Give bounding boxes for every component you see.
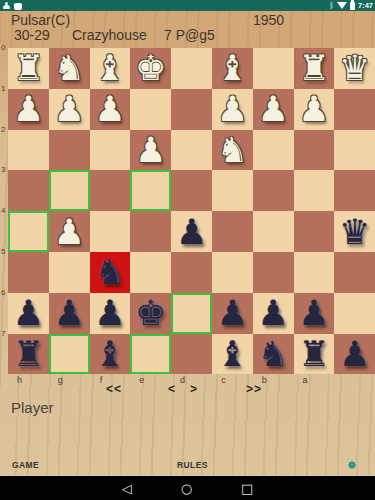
black-pawn: ♟: [298, 293, 329, 333]
white-knight: ♞: [54, 48, 85, 88]
wifi-icon: [337, 2, 347, 9]
square-e3[interactable]: ♟: [130, 130, 171, 171]
back-icon[interactable]: ◁: [122, 482, 132, 495]
square-h2[interactable]: ♟: [8, 89, 49, 130]
pulsar-chess-app: ᛒ 7:47 Pulsar(C) 1950 30-29 Crazyhouse 7…: [0, 0, 375, 500]
square-h5[interactable]: [8, 211, 49, 252]
bluetooth-icon: ᛒ: [329, 2, 334, 10]
square-g3[interactable]: [49, 130, 90, 171]
file-label-g: g: [40, 375, 81, 385]
square-d5[interactable]: ♟: [171, 211, 212, 252]
white-rook: ♜: [13, 48, 44, 88]
black-pawn: ♟: [339, 334, 370, 374]
variant-name: Crazyhouse: [72, 27, 147, 43]
white-pawn: ♟: [54, 89, 85, 129]
rank-label-6: 6: [1, 288, 5, 297]
white-bishop: ♝: [94, 48, 125, 88]
square-e5[interactable]: [130, 211, 171, 252]
black-knight: ♞: [257, 334, 288, 374]
square-c6[interactable]: [212, 252, 253, 293]
rank-label-2: 2: [1, 125, 5, 134]
rank-label-0: 0: [1, 43, 5, 52]
black-pawn: ♟: [176, 212, 207, 252]
square-c8[interactable]: ♝: [212, 334, 253, 375]
nav-forward-button[interactable]: >: [190, 382, 198, 396]
rank-label-3: 3: [1, 165, 5, 174]
square-b4[interactable]: [253, 170, 294, 211]
square-g7[interactable]: ♟: [49, 293, 90, 334]
tray-cell-6[interactable]: [334, 293, 375, 334]
square-g6[interactable]: [49, 252, 90, 293]
square-c2[interactable]: ♟: [212, 89, 253, 130]
square-a4[interactable]: [294, 170, 335, 211]
square-e7[interactable]: ♚: [130, 293, 171, 334]
square-c1[interactable]: ♝: [212, 48, 253, 89]
square-d2[interactable]: [171, 89, 212, 130]
square-a7[interactable]: ♟: [294, 293, 335, 334]
square-a2[interactable]: ♟: [294, 89, 335, 130]
white-rook: ♜: [298, 48, 329, 88]
tray-cell-1[interactable]: [334, 89, 375, 130]
square-e4[interactable]: [130, 170, 171, 211]
square-f3[interactable]: [90, 130, 131, 171]
white-bishop: ♝: [217, 48, 248, 88]
rank-label-4: 4: [1, 206, 5, 215]
square-f8[interactable]: ♝: [90, 334, 131, 375]
square-d3[interactable]: [171, 130, 212, 171]
square-c7[interactable]: ♟: [212, 293, 253, 334]
white-king: ♚: [135, 48, 166, 88]
game-score: 30-29: [14, 27, 50, 43]
nav-last-button[interactable]: >>: [246, 382, 262, 396]
square-f5[interactable]: [90, 211, 131, 252]
square-h8[interactable]: ♜: [8, 334, 49, 375]
engine-name: Pulsar(C): [11, 12, 70, 28]
last-move-text: 7 P@g5: [164, 27, 215, 43]
tray-cell-0[interactable]: ♛: [334, 48, 375, 89]
square-d1[interactable]: [171, 48, 212, 89]
rank-label-5: 5: [1, 247, 5, 256]
square-e1[interactable]: ♚: [130, 48, 171, 89]
black-queen: ♛: [339, 212, 370, 252]
square-f7[interactable]: ♟: [90, 293, 131, 334]
square-b6[interactable]: [253, 252, 294, 293]
white-pawn: ♟: [13, 89, 44, 129]
square-d6[interactable]: [171, 252, 212, 293]
file-label-a: a: [285, 375, 326, 385]
square-h4[interactable]: [8, 170, 49, 211]
menu-game[interactable]: GAME: [12, 460, 39, 470]
tray-cell-5[interactable]: [334, 252, 375, 293]
black-pawn: ♟: [257, 293, 288, 333]
black-knight: ♞: [94, 252, 125, 292]
square-f4[interactable]: [90, 170, 131, 211]
square-g8[interactable]: [49, 334, 90, 375]
android-navigation-bar: ◁ ○ □: [0, 476, 375, 500]
square-g2[interactable]: ♟: [49, 89, 90, 130]
square-d4[interactable]: [171, 170, 212, 211]
square-b8[interactable]: ♞: [253, 334, 294, 375]
nav-back-button[interactable]: <: [168, 382, 176, 396]
notification-person-icon: [3, 2, 10, 10]
file-label-e: e: [121, 375, 162, 385]
square-g5[interactable]: ♟: [49, 211, 90, 252]
square-a3[interactable]: [294, 130, 335, 171]
square-c3[interactable]: ♞: [212, 130, 253, 171]
white-pawn: ♟: [54, 212, 85, 252]
square-b7[interactable]: ♟: [253, 293, 294, 334]
white-pawn: ♟: [135, 130, 166, 170]
square-a8[interactable]: ♜: [294, 334, 335, 375]
file-label-c: c: [203, 375, 244, 385]
square-a6[interactable]: [294, 252, 335, 293]
black-bishop: ♝: [217, 334, 248, 374]
white-knight: ♞: [217, 130, 248, 170]
square-h1[interactable]: ♜: [8, 48, 49, 89]
board: ♜♞♝♚♝♜♟♟♟♟♟♟♟♞♟♟♞♟♟♟♚♟♟♟♜♝♝♞♜: [8, 48, 334, 374]
square-b1[interactable]: [253, 48, 294, 89]
rank-label-7: 7: [1, 329, 5, 338]
square-e2[interactable]: [130, 89, 171, 130]
square-b2[interactable]: ♟: [253, 89, 294, 130]
status-time: 7:47: [358, 1, 373, 10]
black-pawn: ♟: [217, 293, 248, 333]
notification-app-icon: [14, 3, 22, 10]
file-label-h: h: [0, 375, 40, 385]
engine-rating: 1950: [253, 12, 284, 28]
black-pawn: ♟: [94, 293, 125, 333]
menu-rules[interactable]: RULES: [177, 460, 208, 470]
square-a5[interactable]: [294, 211, 335, 252]
tray-cell-2[interactable]: [334, 130, 375, 171]
square-b5[interactable]: [253, 211, 294, 252]
white-pawn: ♟: [257, 89, 288, 129]
status-bar: ᛒ 7:47: [0, 0, 375, 11]
black-pawn: ♟: [54, 293, 85, 333]
black-rook: ♜: [298, 334, 329, 374]
rank-label-1: 1: [1, 84, 5, 93]
square-f2[interactable]: ♟: [90, 89, 131, 130]
nav-first-button[interactable]: <<: [106, 382, 122, 396]
square-c4[interactable]: [212, 170, 253, 211]
square-d7[interactable]: [171, 293, 212, 334]
white-pawn: ♟: [298, 89, 329, 129]
square-a1[interactable]: ♜: [294, 48, 335, 89]
square-h3[interactable]: [8, 130, 49, 171]
square-e6[interactable]: [130, 252, 171, 293]
black-rook: ♜: [13, 334, 44, 374]
tray-cell-7[interactable]: ♟: [334, 334, 375, 375]
recents-icon[interactable]: □: [241, 482, 253, 495]
square-g4[interactable]: [49, 170, 90, 211]
black-bishop: ♝: [94, 334, 125, 374]
white-pawn: ♟: [94, 89, 125, 129]
white-queen: ♛: [339, 48, 370, 88]
home-icon[interactable]: ○: [181, 482, 192, 495]
player-label: Player: [11, 399, 54, 416]
battery-icon: [350, 2, 355, 10]
square-f1[interactable]: ♝: [90, 48, 131, 89]
white-pawn: ♟: [217, 89, 248, 129]
square-e8[interactable]: [130, 334, 171, 375]
square-f6[interactable]: ♞: [90, 252, 131, 293]
square-h7[interactable]: ♟: [8, 293, 49, 334]
tray-cell-3[interactable]: [334, 170, 375, 211]
piece-hand-tray: ♛♛♟: [334, 48, 375, 374]
square-g1[interactable]: ♞: [49, 48, 90, 89]
square-h6[interactable]: [8, 252, 49, 293]
tray-cell-4[interactable]: ♛: [334, 211, 375, 252]
black-pawn: ♟: [13, 293, 44, 333]
square-c5[interactable]: [212, 211, 253, 252]
square-b3[interactable]: [253, 130, 294, 171]
square-d8[interactable]: [171, 334, 212, 375]
settings-star-icon[interactable]: [348, 461, 356, 469]
black-king: ♚: [135, 293, 166, 333]
